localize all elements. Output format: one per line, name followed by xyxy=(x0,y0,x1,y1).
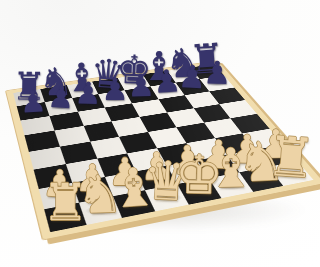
piece-black-pawn-c7[interactable]: ♟ xyxy=(74,78,102,109)
chess-set-photo: ♜♞♝♛♚♝♞♜♟♟♟♟♟♟♟♟♟♟♟♟♟♟♟♟♜♞♝♛♚♝♞♜ xyxy=(0,0,320,267)
piece-black-pawn-a7[interactable]: ♟ xyxy=(19,87,47,118)
piece-black-pawn-b7[interactable]: ♟ xyxy=(46,82,75,114)
piece-black-pawn-h7[interactable]: ♟ xyxy=(203,58,232,90)
piece-white-rook-h1[interactable]: ♜ xyxy=(265,128,318,186)
piece-black-pawn-e7[interactable]: ♟ xyxy=(127,69,156,101)
piece-black-pawn-d7[interactable]: ♟ xyxy=(101,74,129,105)
